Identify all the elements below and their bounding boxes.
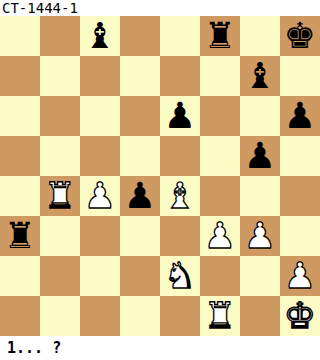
white-rook: ♜ bbox=[44, 176, 76, 216]
square-c8[interactable]: ♝ bbox=[80, 16, 120, 56]
square-f7[interactable] bbox=[200, 56, 240, 96]
black-king: ♚ bbox=[284, 16, 316, 56]
black-pawn: ♟ bbox=[284, 96, 316, 136]
square-b5[interactable] bbox=[40, 136, 80, 176]
square-c5[interactable] bbox=[80, 136, 120, 176]
square-a1[interactable] bbox=[0, 296, 40, 336]
square-f3[interactable]: ♟ bbox=[200, 216, 240, 256]
black-pawn: ♟ bbox=[124, 176, 156, 216]
white-bishop: ♝ bbox=[164, 176, 196, 216]
white-pawn: ♟ bbox=[204, 216, 236, 256]
square-b8[interactable] bbox=[40, 16, 80, 56]
square-a5[interactable] bbox=[0, 136, 40, 176]
black-bishop: ♝ bbox=[244, 56, 276, 96]
square-g5[interactable]: ♟ bbox=[240, 136, 280, 176]
white-king: ♚ bbox=[284, 296, 316, 336]
white-pawn: ♟ bbox=[84, 176, 116, 216]
square-c4[interactable]: ♟ bbox=[80, 176, 120, 216]
square-h2[interactable]: ♟ bbox=[280, 256, 320, 296]
square-d3[interactable] bbox=[120, 216, 160, 256]
square-c3[interactable] bbox=[80, 216, 120, 256]
black-rook: ♜ bbox=[204, 16, 236, 56]
square-h6[interactable]: ♟ bbox=[280, 96, 320, 136]
square-f6[interactable] bbox=[200, 96, 240, 136]
square-c2[interactable] bbox=[80, 256, 120, 296]
square-h5[interactable] bbox=[280, 136, 320, 176]
square-b4[interactable]: ♜ bbox=[40, 176, 80, 216]
square-f8[interactable]: ♜ bbox=[200, 16, 240, 56]
square-d6[interactable] bbox=[120, 96, 160, 136]
puzzle-id-text: CT-1444-1 bbox=[2, 0, 78, 16]
square-c6[interactable] bbox=[80, 96, 120, 136]
square-h1[interactable]: ♚ bbox=[280, 296, 320, 336]
square-g6[interactable] bbox=[240, 96, 280, 136]
square-e1[interactable] bbox=[160, 296, 200, 336]
square-g1[interactable] bbox=[240, 296, 280, 336]
square-a7[interactable] bbox=[0, 56, 40, 96]
square-g4[interactable] bbox=[240, 176, 280, 216]
square-c7[interactable] bbox=[80, 56, 120, 96]
square-d5[interactable] bbox=[120, 136, 160, 176]
square-a2[interactable] bbox=[0, 256, 40, 296]
square-b7[interactable] bbox=[40, 56, 80, 96]
square-a8[interactable] bbox=[0, 16, 40, 56]
black-bishop: ♝ bbox=[84, 16, 116, 56]
square-a4[interactable] bbox=[0, 176, 40, 216]
square-d7[interactable] bbox=[120, 56, 160, 96]
square-d8[interactable] bbox=[120, 16, 160, 56]
white-pawn: ♟ bbox=[244, 216, 276, 256]
black-rook: ♜ bbox=[4, 216, 36, 256]
white-rook: ♜ bbox=[204, 296, 236, 336]
square-f2[interactable] bbox=[200, 256, 240, 296]
square-e2[interactable]: ♞ bbox=[160, 256, 200, 296]
square-b3[interactable] bbox=[40, 216, 80, 256]
square-e5[interactable] bbox=[160, 136, 200, 176]
square-h3[interactable] bbox=[280, 216, 320, 256]
square-g7[interactable]: ♝ bbox=[240, 56, 280, 96]
white-pawn: ♟ bbox=[284, 256, 316, 296]
chess-board: ♝♜♚♝♟♟♟♜♟♟♝♜♟♟♞♟♜♚ bbox=[0, 16, 320, 336]
square-a6[interactable] bbox=[0, 96, 40, 136]
square-c1[interactable] bbox=[80, 296, 120, 336]
square-e6[interactable]: ♟ bbox=[160, 96, 200, 136]
square-e7[interactable] bbox=[160, 56, 200, 96]
white-knight: ♞ bbox=[164, 256, 196, 296]
square-d2[interactable] bbox=[120, 256, 160, 296]
square-g3[interactable]: ♟ bbox=[240, 216, 280, 256]
square-h7[interactable] bbox=[280, 56, 320, 96]
square-e3[interactable] bbox=[160, 216, 200, 256]
square-e8[interactable] bbox=[160, 16, 200, 56]
square-f5[interactable] bbox=[200, 136, 240, 176]
puzzle-id: CT-1444-1 bbox=[0, 0, 320, 16]
square-b1[interactable] bbox=[40, 296, 80, 336]
square-d1[interactable] bbox=[120, 296, 160, 336]
square-b2[interactable] bbox=[40, 256, 80, 296]
square-h4[interactable] bbox=[280, 176, 320, 216]
square-f4[interactable] bbox=[200, 176, 240, 216]
square-h8[interactable]: ♚ bbox=[280, 16, 320, 56]
move-prompt-text: 1... ? bbox=[7, 339, 61, 357]
square-b6[interactable] bbox=[40, 96, 80, 136]
square-g8[interactable] bbox=[240, 16, 280, 56]
square-a3[interactable]: ♜ bbox=[0, 216, 40, 256]
black-pawn: ♟ bbox=[244, 136, 276, 176]
square-f1[interactable]: ♜ bbox=[200, 296, 240, 336]
move-prompt: 1... ? bbox=[0, 336, 320, 360]
square-d4[interactable]: ♟ bbox=[120, 176, 160, 216]
square-g2[interactable] bbox=[240, 256, 280, 296]
square-e4[interactable]: ♝ bbox=[160, 176, 200, 216]
black-pawn: ♟ bbox=[164, 96, 196, 136]
